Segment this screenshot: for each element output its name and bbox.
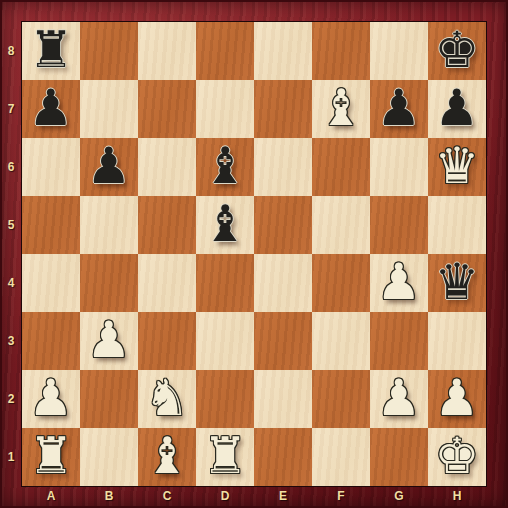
square-e1[interactable] [254, 428, 312, 486]
file-label-a: A [22, 486, 80, 508]
file-label-e: E [254, 486, 312, 508]
rank-label-1: 1 [0, 428, 22, 486]
piece-black-king[interactable]: ♚ [428, 22, 486, 80]
board-frame: ♜♚♟♝♟♟♟♝♛♝♟♛♟♟♞♟♟♜♝♜♚ 87654321 ABCDEFGH [0, 0, 508, 508]
piece-black-bishop[interactable]: ♝ [196, 196, 254, 254]
square-b3[interactable]: ♟ [80, 312, 138, 370]
square-g1[interactable] [370, 428, 428, 486]
square-h7[interactable]: ♟ [428, 80, 486, 138]
piece-black-pawn[interactable]: ♟ [428, 80, 486, 138]
square-b7[interactable] [80, 80, 138, 138]
file-label-c: C [138, 486, 196, 508]
square-g6[interactable] [370, 138, 428, 196]
file-label-d: D [196, 486, 254, 508]
square-c8[interactable] [138, 22, 196, 80]
square-d5[interactable]: ♝ [196, 196, 254, 254]
square-d8[interactable] [196, 22, 254, 80]
rank-label-8: 8 [0, 22, 22, 80]
square-h6[interactable]: ♛ [428, 138, 486, 196]
square-f7[interactable]: ♝ [312, 80, 370, 138]
square-c7[interactable] [138, 80, 196, 138]
file-label-f: F [312, 486, 370, 508]
square-f8[interactable] [312, 22, 370, 80]
square-c6[interactable] [138, 138, 196, 196]
square-a5[interactable] [22, 196, 80, 254]
square-a2[interactable]: ♟ [22, 370, 80, 428]
square-c3[interactable] [138, 312, 196, 370]
piece-black-queen[interactable]: ♛ [428, 254, 486, 312]
piece-white-pawn[interactable]: ♟ [22, 370, 80, 428]
rank-label-4: 4 [0, 254, 22, 312]
square-c4[interactable] [138, 254, 196, 312]
square-g2[interactable]: ♟ [370, 370, 428, 428]
piece-white-rook[interactable]: ♜ [196, 428, 254, 486]
piece-white-king[interactable]: ♚ [428, 428, 486, 486]
square-b2[interactable] [80, 370, 138, 428]
rank-label-7: 7 [0, 80, 22, 138]
square-a8[interactable]: ♜ [22, 22, 80, 80]
square-b1[interactable] [80, 428, 138, 486]
square-a7[interactable]: ♟ [22, 80, 80, 138]
square-g4[interactable]: ♟ [370, 254, 428, 312]
square-d4[interactable] [196, 254, 254, 312]
piece-white-bishop[interactable]: ♝ [138, 428, 196, 486]
file-label-b: B [80, 486, 138, 508]
file-label-g: G [370, 486, 428, 508]
square-h3[interactable] [428, 312, 486, 370]
square-a6[interactable] [22, 138, 80, 196]
square-d3[interactable] [196, 312, 254, 370]
piece-black-bishop[interactable]: ♝ [196, 138, 254, 196]
square-g7[interactable]: ♟ [370, 80, 428, 138]
square-f6[interactable] [312, 138, 370, 196]
square-a3[interactable] [22, 312, 80, 370]
square-h4[interactable]: ♛ [428, 254, 486, 312]
square-d7[interactable] [196, 80, 254, 138]
piece-black-pawn[interactable]: ♟ [80, 138, 138, 196]
square-e4[interactable] [254, 254, 312, 312]
rank-label-5: 5 [0, 196, 22, 254]
square-e2[interactable] [254, 370, 312, 428]
square-h8[interactable]: ♚ [428, 22, 486, 80]
square-f2[interactable] [312, 370, 370, 428]
piece-white-rook[interactable]: ♜ [22, 428, 80, 486]
piece-white-pawn[interactable]: ♟ [428, 370, 486, 428]
piece-black-pawn[interactable]: ♟ [370, 80, 428, 138]
square-d1[interactable]: ♜ [196, 428, 254, 486]
square-f3[interactable] [312, 312, 370, 370]
piece-white-pawn[interactable]: ♟ [80, 312, 138, 370]
square-g5[interactable] [370, 196, 428, 254]
square-a4[interactable] [22, 254, 80, 312]
square-c5[interactable] [138, 196, 196, 254]
piece-white-pawn[interactable]: ♟ [370, 370, 428, 428]
square-f4[interactable] [312, 254, 370, 312]
square-b8[interactable] [80, 22, 138, 80]
square-e6[interactable] [254, 138, 312, 196]
square-a1[interactable]: ♜ [22, 428, 80, 486]
piece-black-pawn[interactable]: ♟ [22, 80, 80, 138]
piece-white-pawn[interactable]: ♟ [370, 254, 428, 312]
piece-white-knight[interactable]: ♞ [138, 370, 196, 428]
piece-black-rook[interactable]: ♜ [22, 22, 80, 80]
square-e3[interactable] [254, 312, 312, 370]
square-g8[interactable] [370, 22, 428, 80]
chess-board: ♜♚♟♝♟♟♟♝♛♝♟♛♟♟♞♟♟♜♝♜♚ [22, 22, 486, 486]
square-b5[interactable] [80, 196, 138, 254]
square-h2[interactable]: ♟ [428, 370, 486, 428]
rank-label-6: 6 [0, 138, 22, 196]
square-h1[interactable]: ♚ [428, 428, 486, 486]
file-label-h: H [428, 486, 486, 508]
rank-label-3: 3 [0, 312, 22, 370]
square-c2[interactable]: ♞ [138, 370, 196, 428]
square-e8[interactable] [254, 22, 312, 80]
square-e5[interactable] [254, 196, 312, 254]
square-d2[interactable] [196, 370, 254, 428]
rank-label-2: 2 [0, 370, 22, 428]
square-f5[interactable] [312, 196, 370, 254]
square-b4[interactable] [80, 254, 138, 312]
square-e7[interactable] [254, 80, 312, 138]
square-g3[interactable] [370, 312, 428, 370]
square-h5[interactable] [428, 196, 486, 254]
square-c1[interactable]: ♝ [138, 428, 196, 486]
square-f1[interactable] [312, 428, 370, 486]
piece-white-queen[interactable]: ♛ [428, 138, 486, 196]
square-d6[interactable]: ♝ [196, 138, 254, 196]
square-b6[interactable]: ♟ [80, 138, 138, 196]
piece-white-bishop[interactable]: ♝ [312, 80, 370, 138]
